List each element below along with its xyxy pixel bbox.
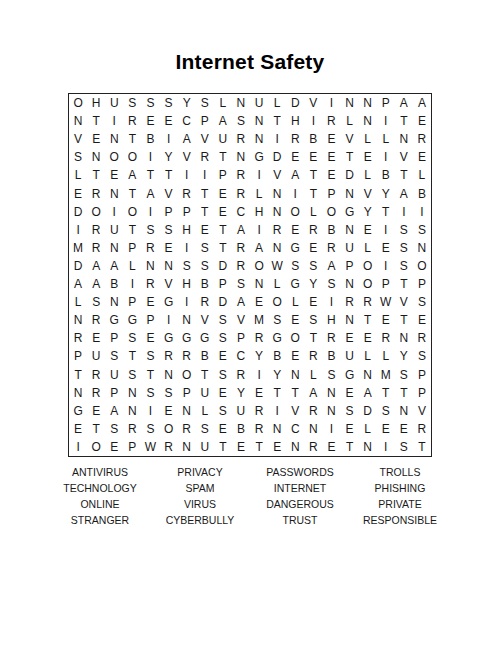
grid-cell[interactable]: T [377,384,395,402]
grid-cell[interactable]: G [268,329,286,347]
grid-cell[interactable]: R [322,112,340,130]
grid-cell[interactable]: B [232,420,250,438]
grid-cell[interactable]: R [87,239,105,257]
grid-cell[interactable]: I [160,311,178,329]
grid-cell[interactable]: R [304,438,322,456]
grid-cell[interactable]: H [178,275,196,293]
grid-cell[interactable]: E [413,148,431,166]
grid-cell[interactable]: L [69,293,87,311]
grid-cell[interactable]: I [322,420,340,438]
grid-cell[interactable]: P [322,185,340,203]
grid-cell[interactable]: S [160,94,178,112]
grid-cell[interactable]: S [123,94,141,112]
grid-cell[interactable]: S [395,257,413,275]
grid-cell[interactable]: L [304,366,322,384]
grid-cell[interactable]: R [232,185,250,203]
grid-cell[interactable]: E [304,239,322,257]
grid-cell[interactable]: I [105,112,123,130]
grid-cell[interactable]: U [214,130,232,148]
grid-cell[interactable]: G [341,203,359,221]
grid-cell[interactable]: S [377,402,395,420]
grid-cell[interactable]: S [322,366,340,384]
grid-cell[interactable]: T [413,438,431,456]
grid-cell[interactable]: N [69,384,87,402]
grid-cell[interactable]: I [105,203,123,221]
grid-cell[interactable]: T [395,384,413,402]
grid-cell[interactable]: T [196,203,214,221]
grid-cell[interactable]: B [105,275,123,293]
grid-cell[interactable]: E [304,293,322,311]
grid-cell[interactable]: E [69,420,87,438]
grid-cell[interactable]: B [377,166,395,184]
grid-cell[interactable]: S [196,94,214,112]
grid-cell[interactable]: S [395,366,413,384]
grid-cell[interactable]: H [286,112,304,130]
grid-cell[interactable]: S [395,438,413,456]
grid-cell[interactable]: T [341,438,359,456]
grid-cell[interactable]: G [123,311,141,329]
grid-cell[interactable]: R [123,420,141,438]
grid-cell[interactable]: O [160,420,178,438]
grid-cell[interactable]: S [232,112,250,130]
grid-cell[interactable]: A [395,94,413,112]
grid-cell[interactable]: E [413,311,431,329]
grid-cell[interactable]: P [377,94,395,112]
grid-cell[interactable]: Y [304,275,322,293]
grid-cell[interactable]: E [286,221,304,239]
grid-cell[interactable]: M [250,311,268,329]
grid-cell[interactable]: O [413,257,431,275]
grid-cell[interactable]: O [69,94,87,112]
grid-cell[interactable]: E [105,438,123,456]
grid-cell[interactable]: N [359,438,377,456]
grid-cell[interactable]: N [105,293,123,311]
grid-cell[interactable]: N [105,185,123,203]
grid-cell[interactable]: I [286,185,304,203]
grid-cell[interactable]: N [160,257,178,275]
grid-cell[interactable]: B [141,130,159,148]
grid-cell[interactable]: C [178,112,196,130]
grid-cell[interactable]: O [268,293,286,311]
grid-cell[interactable]: E [341,329,359,347]
grid-cell[interactable]: E [395,420,413,438]
grid-cell[interactable]: N [250,130,268,148]
grid-cell[interactable]: I [377,148,395,166]
grid-cell[interactable]: E [341,420,359,438]
grid-cell[interactable]: G [69,402,87,420]
grid-cell[interactable]: G [160,293,178,311]
grid-cell[interactable]: N [268,185,286,203]
grid-cell[interactable]: I [141,402,159,420]
grid-cell[interactable]: S [141,420,159,438]
grid-cell[interactable]: N [341,185,359,203]
grid-cell[interactable]: I [69,438,87,456]
grid-cell[interactable]: R [178,420,196,438]
grid-cell[interactable]: R [322,329,340,347]
grid-cell[interactable]: R [250,420,268,438]
grid-cell[interactable]: B [196,347,214,365]
grid-cell[interactable]: N [286,366,304,384]
grid-cell[interactable]: Y [232,384,250,402]
grid-cell[interactable]: E [304,148,322,166]
grid-cell[interactable]: T [214,438,232,456]
grid-cell[interactable]: S [341,402,359,420]
grid-cell[interactable]: E [286,148,304,166]
grid-cell[interactable]: R [377,329,395,347]
grid-cell[interactable]: V [304,94,322,112]
grid-cell[interactable]: T [123,130,141,148]
grid-cell[interactable]: Y [395,347,413,365]
grid-cell[interactable]: S [232,275,250,293]
grid-cell[interactable]: T [160,166,178,184]
grid-cell[interactable]: S [141,347,159,365]
grid-cell[interactable]: R [178,347,196,365]
grid-cell[interactable]: T [87,166,105,184]
grid-cell[interactable]: R [87,185,105,203]
grid-cell[interactable]: L [377,347,395,365]
grid-cell[interactable]: A [413,94,431,112]
grid-cell[interactable]: R [413,420,431,438]
grid-cell[interactable]: T [123,221,141,239]
grid-cell[interactable]: I [250,221,268,239]
grid-cell[interactable]: S [196,239,214,257]
grid-cell[interactable]: P [105,384,123,402]
grid-cell[interactable]: P [123,239,141,257]
grid-cell[interactable]: P [232,329,250,347]
grid-cell[interactable]: I [178,166,196,184]
grid-cell[interactable]: E [87,329,105,347]
grid-cell[interactable]: E [322,166,340,184]
grid-cell[interactable]: N [160,366,178,384]
grid-cell[interactable]: P [123,293,141,311]
grid-cell[interactable]: I [395,203,413,221]
grid-cell[interactable]: N [141,257,159,275]
grid-cell[interactable]: N [268,203,286,221]
grid-cell[interactable]: I [250,366,268,384]
grid-cell[interactable]: T [395,311,413,329]
grid-cell[interactable]: R [250,329,268,347]
grid-cell[interactable]: T [395,112,413,130]
grid-cell[interactable]: L [359,347,377,365]
grid-cell[interactable]: A [232,221,250,239]
grid-cell[interactable]: A [395,185,413,203]
grid-cell[interactable]: V [268,166,286,184]
grid-cell[interactable]: N [87,148,105,166]
grid-cell[interactable]: N [395,402,413,420]
grid-cell[interactable]: Y [377,185,395,203]
grid-cell[interactable]: T [359,311,377,329]
grid-cell[interactable]: N [359,94,377,112]
grid-cell[interactable]: D [69,257,87,275]
grid-cell[interactable]: R [304,347,322,365]
grid-cell[interactable]: L [69,166,87,184]
grid-cell[interactable]: T [141,166,159,184]
grid-cell[interactable]: S [395,221,413,239]
grid-cell[interactable]: S [196,257,214,275]
grid-cell[interactable]: R [87,366,105,384]
grid-cell[interactable]: O [359,275,377,293]
grid-cell[interactable]: S [413,347,431,365]
grid-cell[interactable]: T [123,185,141,203]
grid-cell[interactable]: R [69,329,87,347]
grid-cell[interactable]: N [341,221,359,239]
grid-cell[interactable]: R [304,221,322,239]
grid-cell[interactable]: R [87,221,105,239]
grid-cell[interactable]: S [395,239,413,257]
grid-cell[interactable]: V [196,130,214,148]
grid-cell[interactable]: D [359,402,377,420]
grid-cell[interactable]: O [105,148,123,166]
grid-cell[interactable]: N [322,384,340,402]
grid-cell[interactable]: I [178,239,196,257]
grid-cell[interactable]: N [69,311,87,329]
grid-cell[interactable]: A [178,130,196,148]
grid-cell[interactable]: E [160,239,178,257]
grid-cell[interactable]: L [196,402,214,420]
grid-cell[interactable]: M [377,366,395,384]
grid-cell[interactable]: C [232,347,250,365]
grid-cell[interactable]: S [214,311,232,329]
grid-cell[interactable]: E [322,438,340,456]
grid-cell[interactable]: D [341,166,359,184]
grid-cell[interactable]: R [178,185,196,203]
grid-cell[interactable]: G [286,239,304,257]
grid-cell[interactable]: R [87,311,105,329]
grid-cell[interactable]: E [359,329,377,347]
grid-cell[interactable]: U [196,438,214,456]
grid-cell[interactable]: E [214,420,232,438]
grid-cell[interactable]: E [268,438,286,456]
grid-cell[interactable]: P [413,384,431,402]
grid-cell[interactable]: O [286,203,304,221]
grid-cell[interactable]: T [286,384,304,402]
grid-cell[interactable]: V [359,185,377,203]
grid-cell[interactable]: H [322,311,340,329]
grid-cell[interactable]: Y [178,94,196,112]
grid-cell[interactable]: A [359,384,377,402]
grid-cell[interactable]: S [268,311,286,329]
grid-cell[interactable]: R [232,239,250,257]
grid-cell[interactable]: E [286,311,304,329]
grid-cell[interactable]: N [250,112,268,130]
grid-cell[interactable]: E [214,203,232,221]
grid-cell[interactable]: P [196,112,214,130]
grid-cell[interactable]: N [286,438,304,456]
grid-cell[interactable]: N [105,130,123,148]
grid-cell[interactable]: N [341,94,359,112]
grid-cell[interactable]: H [87,94,105,112]
grid-cell[interactable]: L [359,420,377,438]
grid-cell[interactable]: P [178,203,196,221]
grid-cell[interactable]: O [123,203,141,221]
grid-cell[interactable]: E [87,402,105,420]
grid-cell[interactable]: E [322,148,340,166]
grid-cell[interactable]: V [395,293,413,311]
grid-cell[interactable]: R [413,329,431,347]
grid-cell[interactable]: V [160,185,178,203]
grid-cell[interactable]: R [359,293,377,311]
grid-cell[interactable]: Y [359,203,377,221]
grid-cell[interactable]: U [232,402,250,420]
grid-cell[interactable]: N [250,275,268,293]
grid-cell[interactable]: A [141,185,159,203]
grid-cell[interactable]: R [160,438,178,456]
grid-cell[interactable]: V [286,402,304,420]
grid-cell[interactable]: B [196,275,214,293]
grid-cell[interactable]: R [232,257,250,275]
grid-cell[interactable]: B [268,347,286,365]
grid-cell[interactable]: S [214,329,232,347]
grid-cell[interactable]: V [160,275,178,293]
grid-cell[interactable]: R [232,130,250,148]
grid-cell[interactable]: T [395,275,413,293]
grid-cell[interactable]: E [214,384,232,402]
grid-cell[interactable]: S [304,257,322,275]
grid-cell[interactable]: C [286,420,304,438]
grid-cell[interactable]: P [377,275,395,293]
grid-cell[interactable]: L [341,112,359,130]
grid-cell[interactable]: L [413,166,431,184]
grid-cell[interactable]: I [69,221,87,239]
grid-cell[interactable]: L [286,293,304,311]
grid-cell[interactable]: N [232,94,250,112]
grid-cell[interactable]: A [105,257,123,275]
grid-cell[interactable]: R [286,130,304,148]
grid-cell[interactable]: I [377,438,395,456]
grid-cell[interactable]: S [413,221,431,239]
grid-cell[interactable]: S [141,384,159,402]
grid-cell[interactable]: S [69,148,87,166]
grid-cell[interactable]: N [178,311,196,329]
grid-cell[interactable]: L [359,130,377,148]
grid-cell[interactable]: S [123,329,141,347]
grid-cell[interactable]: E [141,329,159,347]
grid-cell[interactable]: E [322,130,340,148]
grid-cell[interactable]: S [141,94,159,112]
grid-cell[interactable]: T [304,185,322,203]
grid-cell[interactable]: I [268,402,286,420]
grid-cell[interactable]: E [69,185,87,203]
grid-cell[interactable]: N [123,402,141,420]
grid-cell[interactable]: L [359,166,377,184]
grid-cell[interactable]: T [395,166,413,184]
grid-cell[interactable]: T [268,384,286,402]
grid-cell[interactable]: L [123,257,141,275]
grid-cell[interactable]: R [160,347,178,365]
grid-cell[interactable]: B [322,347,340,365]
grid-cell[interactable]: E [141,112,159,130]
grid-cell[interactable]: I [413,203,431,221]
grid-cell[interactable]: T [123,347,141,365]
grid-cell[interactable]: D [214,293,232,311]
grid-cell[interactable]: A [105,402,123,420]
grid-cell[interactable]: N [123,384,141,402]
grid-cell[interactable]: A [304,384,322,402]
grid-cell[interactable]: T [214,221,232,239]
grid-cell[interactable]: V [395,148,413,166]
grid-cell[interactable]: U [105,366,123,384]
grid-cell[interactable]: S [304,311,322,329]
grid-cell[interactable]: O [178,366,196,384]
grid-cell[interactable]: W [268,257,286,275]
grid-cell[interactable]: A [87,275,105,293]
grid-cell[interactable]: T [196,185,214,203]
grid-cell[interactable]: T [268,112,286,130]
grid-cell[interactable]: O [250,257,268,275]
grid-cell[interactable]: P [105,329,123,347]
grid-cell[interactable]: I [377,257,395,275]
grid-cell[interactable]: T [214,239,232,257]
grid-cell[interactable]: A [286,166,304,184]
grid-cell[interactable]: A [87,257,105,275]
grid-cell[interactable]: T [196,366,214,384]
grid-cell[interactable]: R [196,293,214,311]
grid-cell[interactable]: N [178,438,196,456]
grid-cell[interactable]: V [232,311,250,329]
grid-cell[interactable]: P [413,275,431,293]
grid-cell[interactable]: I [123,275,141,293]
grid-cell[interactable]: N [178,402,196,420]
grid-cell[interactable]: N [341,311,359,329]
grid-cell[interactable]: R [232,166,250,184]
grid-cell[interactable]: A [123,166,141,184]
grid-cell[interactable]: R [413,130,431,148]
grid-cell[interactable]: S [123,366,141,384]
grid-cell[interactable]: D [214,257,232,275]
grid-cell[interactable]: P [141,311,159,329]
grid-cell[interactable]: P [413,366,431,384]
grid-cell[interactable]: I [268,130,286,148]
grid-cell[interactable]: A [322,257,340,275]
grid-cell[interactable]: L [304,203,322,221]
grid-cell[interactable]: T [141,366,159,384]
grid-cell[interactable]: E [87,130,105,148]
grid-cell[interactable]: T [304,329,322,347]
grid-cell[interactable]: A [250,239,268,257]
grid-cell[interactable]: O [87,438,105,456]
grid-cell[interactable]: T [69,366,87,384]
grid-cell[interactable]: G [250,148,268,166]
grid-cell[interactable]: N [341,275,359,293]
grid-cell[interactable]: H [250,203,268,221]
grid-cell[interactable]: I [322,94,340,112]
grid-cell[interactable]: U [105,94,123,112]
grid-cell[interactable]: W [377,293,395,311]
grid-cell[interactable]: A [232,293,250,311]
grid-cell[interactable]: L [250,185,268,203]
grid-cell[interactable]: O [123,148,141,166]
grid-cell[interactable]: D [268,148,286,166]
grid-cell[interactable]: G [178,329,196,347]
grid-cell[interactable]: T [87,420,105,438]
grid-cell[interactable]: E [232,438,250,456]
grid-cell[interactable]: I [141,148,159,166]
grid-cell[interactable]: O [359,257,377,275]
grid-cell[interactable]: L [268,94,286,112]
grid-cell[interactable]: N [268,239,286,257]
grid-cell[interactable]: I [377,221,395,239]
grid-cell[interactable]: O [87,203,105,221]
grid-cell[interactable]: E [214,347,232,365]
grid-cell[interactable]: C [232,203,250,221]
grid-cell[interactable]: I [160,130,178,148]
grid-cell[interactable]: R [250,402,268,420]
grid-cell[interactable]: E [413,112,431,130]
grid-cell[interactable]: B [322,221,340,239]
grid-cell[interactable]: L [377,130,395,148]
grid-cell[interactable]: W [141,438,159,456]
grid-cell[interactable]: N [268,420,286,438]
